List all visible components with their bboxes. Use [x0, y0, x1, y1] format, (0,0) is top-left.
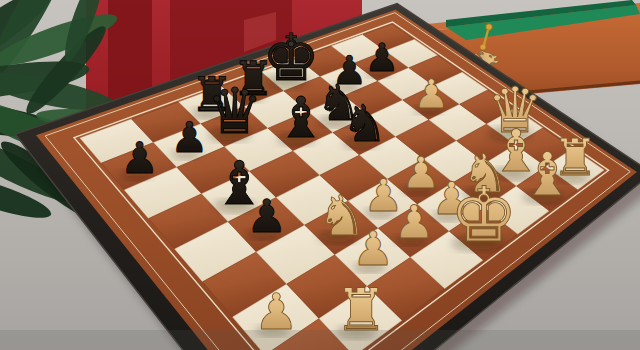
piece-white-pawn-c2[interactable]: ♟ — [352, 221, 394, 276]
piece-white-pawn-d2[interactable]: ♟ — [394, 195, 435, 249]
piece-black-pawn-b7[interactable]: ♟ — [171, 113, 209, 162]
vignette — [0, 330, 640, 350]
piece-black-pawn-a7[interactable]: ♟ — [120, 133, 159, 183]
piece-white-king-e1[interactable]: ♚ — [450, 170, 518, 259]
piece-black-bishop-d6[interactable]: ♝ — [276, 85, 326, 150]
photo-scene: ♞♞♟♚♟♜♟♜♞♛♛♝♞♟♝♟♜♟♞♝♝♟♟♟♞♟♚♟♟♜ — [0, 0, 640, 350]
piece-black-knight-e5[interactable]: ♞ — [342, 94, 388, 153]
piece-black-pawn-b4[interactable]: ♟ — [246, 190, 287, 243]
piece-white-bishop-g1[interactable]: ♝ — [521, 140, 574, 209]
piece-black-pawn-g7[interactable]: ♟ — [364, 35, 399, 80]
chess-photo-canvas: ♞♞♟♚♟♜♟♜♞♛♛♝♞♟♝♟♜♟♞♝♝♟♟♟♞♟♚♟♟♜ — [0, 0, 640, 350]
piece-black-queen-c7[interactable]: ♛ — [207, 75, 263, 148]
piece-white-pawn-g5[interactable]: ♟ — [413, 71, 449, 118]
